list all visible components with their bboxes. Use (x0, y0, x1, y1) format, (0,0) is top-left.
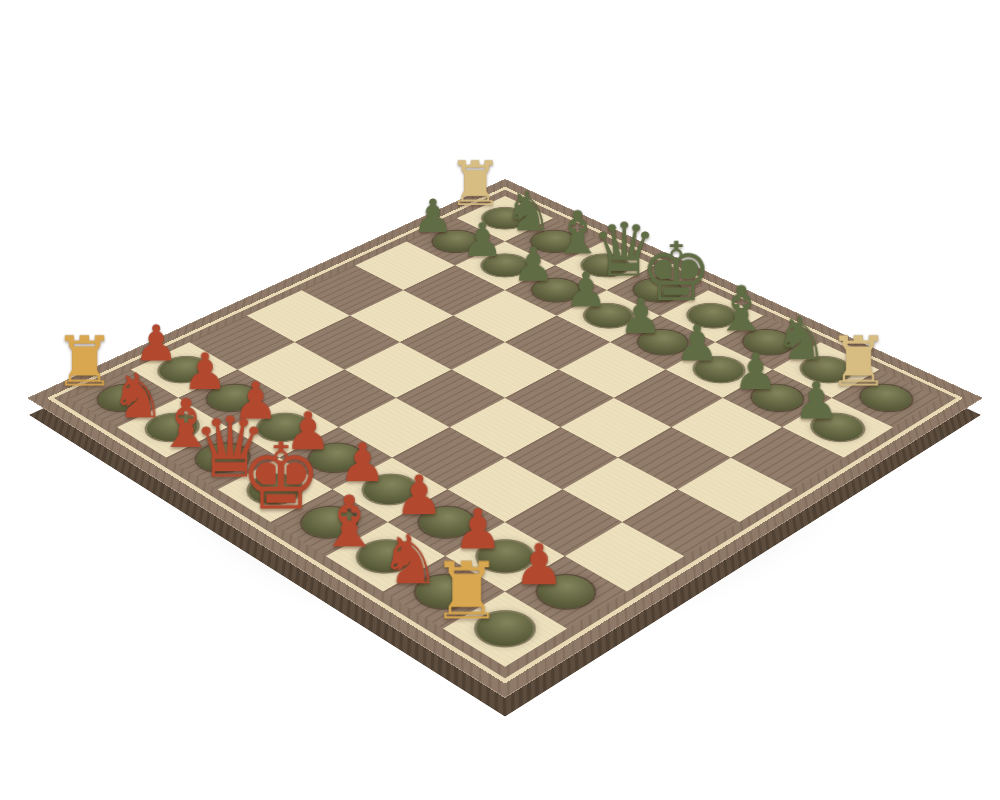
black-green-bishop: ♝ (713, 277, 769, 340)
board-grid: ♜♞♝♛♚♝♞♜♟♟♟♟♟♟♟♟♟♟♟♟♟♟♟♟♜♞♝♛♚♝♞♜ (69, 196, 940, 667)
white-red-bishop: ♝ (317, 486, 381, 557)
black-green-knight: ♞ (774, 308, 828, 368)
white-red-pawn: ♟ (395, 468, 444, 522)
white-red-rook: ♜ (431, 552, 502, 631)
black-green-pawn: ♟ (793, 375, 839, 426)
black-green-pawn: ♟ (462, 217, 504, 263)
pinstripe-inlay: ♜♞♝♛♚♝♞♜♟♟♟♟♟♟♟♟♟♟♟♟♟♟♟♟♜♞♝♛♚♝♞♜ (47, 187, 963, 684)
black-green-knight: ♞ (504, 183, 553, 238)
black-green-rook: ♜ (448, 153, 503, 214)
white-red-pawn: ♟ (514, 536, 565, 593)
black-green-pawn: ♟ (733, 346, 778, 397)
chess-board: ♜♞♝♛♚♝♞♜♟♟♟♟♟♟♟♟♟♟♟♟♟♟♟♟♜♞♝♛♚♝♞♜ (27, 179, 983, 698)
black-green-pawn: ♟ (675, 318, 720, 368)
board-perspective-wrapper: ♜♞♝♛♚♝♞♜♟♟♟♟♟♟♟♟♟♟♟♟♟♟♟♟♜♞♝♛♚♝♞♜ (27, 179, 983, 698)
white-red-rook: ♜ (54, 327, 116, 396)
product-photo-background: ♜♞♝♛♚♝♞♜♟♟♟♟♟♟♟♟♟♟♟♟♟♟♟♟♜♞♝♛♚♝♞♜ (0, 0, 1000, 800)
black-green-pawn: ♟ (619, 292, 663, 341)
white-red-king: ♚ (240, 430, 323, 522)
black-green-pawn: ♟ (565, 266, 608, 314)
black-green-pawn: ♟ (512, 241, 554, 288)
black-green-pawn: ♟ (413, 193, 454, 239)
